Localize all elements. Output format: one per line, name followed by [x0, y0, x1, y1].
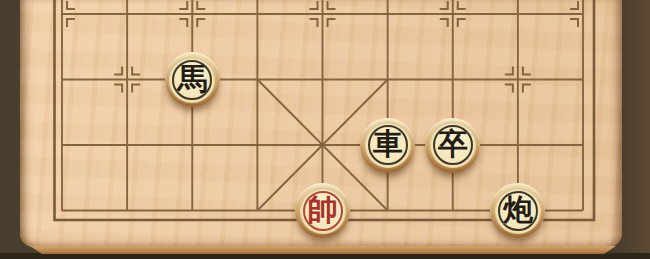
piece-face: 卒 — [430, 122, 476, 168]
piece-red-general[interactable]: 帥 — [295, 183, 350, 238]
piece-face: 車 — [365, 122, 411, 168]
piece-character: 車 — [373, 129, 403, 159]
piece-black-cannon[interactable]: 炮 — [490, 183, 545, 238]
piece-face: 帥 — [300, 188, 346, 234]
piece-character: 帥 — [308, 195, 338, 225]
pieces-layer: 馬車卒帥炮 — [29, 0, 615, 243]
piece-character: 炮 — [503, 195, 533, 225]
piece-black-soldier[interactable]: 卒 — [425, 118, 480, 173]
piece-face: 炮 — [495, 188, 541, 234]
piece-character: 馬 — [177, 64, 207, 94]
xiangqi-app-screenshot: 馬車卒帥炮 — [0, 0, 650, 259]
piece-black-chariot[interactable]: 車 — [360, 118, 415, 173]
piece-character: 卒 — [438, 129, 468, 159]
piece-face: 馬 — [169, 57, 215, 103]
piece-black-horse[interactable]: 馬 — [165, 52, 220, 107]
